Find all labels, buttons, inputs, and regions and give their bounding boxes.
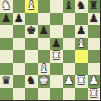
- square-f4[interactable]: [63, 50, 76, 63]
- square-b2[interactable]: [13, 75, 26, 88]
- square-b5[interactable]: [13, 38, 26, 51]
- square-h5[interactable]: [88, 38, 101, 51]
- chess-board: ♞♝♝♞♜♟♟♟♚♟♟♟♝♜♝♛♞♚♟♜♟♜: [0, 0, 100, 100]
- chess-board-container: ♞♝♝♞♜♟♟♟♚♟♟♟♝♜♝♛♞♚♟♜♟♜: [0, 0, 100, 100]
- piece-white-king[interactable]: ♚: [38, 75, 51, 88]
- square-e4[interactable]: ♜: [50, 50, 63, 63]
- piece-black-pawn[interactable]: ♟: [38, 25, 51, 38]
- square-f7[interactable]: [63, 13, 76, 26]
- square-c4[interactable]: [25, 50, 38, 63]
- piece-white-knight[interactable]: ♞: [0, 0, 13, 13]
- piece-white-bishop[interactable]: ♝: [25, 0, 38, 13]
- piece-white-rook[interactable]: ♜: [50, 50, 63, 63]
- piece-white-rook[interactable]: ♜: [88, 88, 101, 101]
- square-b3[interactable]: [13, 63, 26, 76]
- square-h6[interactable]: [88, 25, 101, 38]
- piece-black-king[interactable]: ♚: [25, 25, 38, 38]
- square-g8[interactable]: ♞: [75, 0, 88, 13]
- square-f8[interactable]: ♝: [63, 0, 76, 13]
- square-d8[interactable]: [38, 0, 51, 13]
- square-e7[interactable]: [50, 13, 63, 26]
- square-b1[interactable]: [13, 88, 26, 101]
- square-h1[interactable]: ♜: [88, 88, 101, 101]
- square-h2[interactable]: ♟: [88, 75, 101, 88]
- square-e1[interactable]: [50, 88, 63, 101]
- square-c6[interactable]: ♚: [25, 25, 38, 38]
- square-d1[interactable]: [38, 88, 51, 101]
- square-e3[interactable]: [50, 63, 63, 76]
- square-b8[interactable]: [13, 0, 26, 13]
- piece-white-pawn[interactable]: ♟: [88, 75, 101, 88]
- square-c1[interactable]: [25, 88, 38, 101]
- piece-black-knight[interactable]: ♞: [75, 0, 88, 13]
- piece-black-knight[interactable]: ♞: [25, 75, 38, 88]
- square-c8[interactable]: ♝: [25, 0, 38, 13]
- square-g4[interactable]: [75, 50, 88, 63]
- square-a2[interactable]: ♛: [0, 75, 13, 88]
- square-e6[interactable]: [50, 25, 63, 38]
- piece-white-pawn[interactable]: ♟: [63, 75, 76, 88]
- square-f2[interactable]: ♟: [63, 75, 76, 88]
- square-c2[interactable]: ♞: [25, 75, 38, 88]
- square-a7[interactable]: ♟: [0, 13, 13, 26]
- square-d6[interactable]: ♟: [38, 25, 51, 38]
- square-e2[interactable]: [50, 75, 63, 88]
- square-a6[interactable]: [0, 25, 13, 38]
- square-d4[interactable]: [38, 50, 51, 63]
- piece-black-bishop[interactable]: ♝: [63, 0, 76, 13]
- square-a1[interactable]: [0, 88, 13, 101]
- square-f5[interactable]: [63, 38, 76, 51]
- piece-white-bishop[interactable]: ♝: [75, 38, 88, 51]
- square-h7[interactable]: ♟: [88, 13, 101, 26]
- square-f1[interactable]: [63, 88, 76, 101]
- square-e8[interactable]: [50, 0, 63, 13]
- square-d2[interactable]: ♚: [38, 75, 51, 88]
- piece-black-pawn[interactable]: ♟: [13, 13, 26, 26]
- square-g2[interactable]: ♜: [75, 75, 88, 88]
- square-g1[interactable]: [75, 88, 88, 101]
- piece-black-pawn[interactable]: ♟: [75, 25, 88, 38]
- square-b4[interactable]: [13, 50, 26, 63]
- piece-black-rook[interactable]: ♜: [88, 0, 101, 13]
- square-g6[interactable]: ♟: [75, 25, 88, 38]
- square-a5[interactable]: [0, 38, 13, 51]
- square-b6[interactable]: [13, 25, 26, 38]
- square-a8[interactable]: ♞: [0, 0, 13, 13]
- square-g5[interactable]: ♝: [75, 38, 88, 51]
- piece-black-pawn[interactable]: ♟: [0, 13, 13, 26]
- square-b7[interactable]: ♟: [13, 13, 26, 26]
- square-f6[interactable]: [63, 25, 76, 38]
- square-a4[interactable]: [0, 50, 13, 63]
- piece-black-queen[interactable]: ♛: [0, 75, 13, 88]
- piece-black-pawn[interactable]: ♟: [88, 13, 101, 26]
- square-c5[interactable]: [25, 38, 38, 51]
- square-d5[interactable]: [38, 38, 51, 51]
- square-h8[interactable]: ♜: [88, 0, 101, 13]
- piece-white-rook[interactable]: ♜: [75, 75, 88, 88]
- square-h4[interactable]: [88, 50, 101, 63]
